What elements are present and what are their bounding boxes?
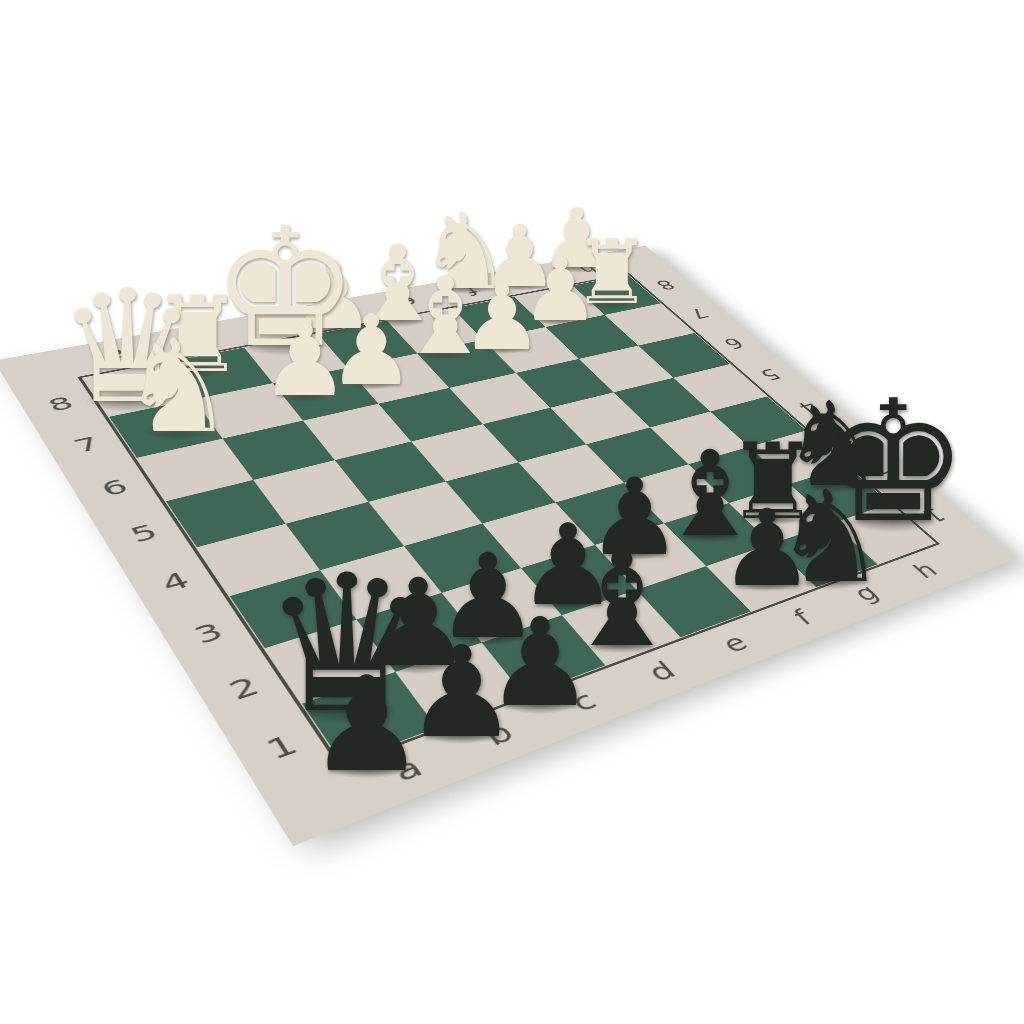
coord-label-file-e-near: e xyxy=(717,630,753,656)
piece-white-pawn-f7[interactable]: ♟ xyxy=(461,272,543,363)
coord-label-rank-8-right: 8 xyxy=(652,278,679,292)
coord-label-rank-2-left: 2 xyxy=(224,673,264,704)
piece-black-knight-g1[interactable]: ♞ xyxy=(773,474,887,601)
product-photo-scene: aabbccddeeffgghh1122334455667788 ♞♟♟♟♝♚♜… xyxy=(0,0,1024,1024)
coord-label-rank-6-left: 6 xyxy=(97,476,132,499)
coord-label-rank-6-right: 6 xyxy=(720,336,748,351)
piece-black-pawn-c1[interactable]: ♟ xyxy=(485,603,594,725)
piece-white-knight-a7[interactable]: ♞ xyxy=(120,322,235,451)
coord-label-rank-3-left: 3 xyxy=(189,619,228,648)
coord-label-rank-4-left: 4 xyxy=(157,569,194,596)
coord-label-rank-5-left: 5 xyxy=(126,521,162,546)
coord-label-rank-7-right: 7 xyxy=(685,306,712,321)
coord-label-file-h-near: h xyxy=(909,559,942,581)
piece-white-pawn-d7[interactable]: ♟ xyxy=(328,301,415,398)
